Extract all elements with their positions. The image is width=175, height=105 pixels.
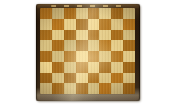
square-r0c2-dark <box>64 8 76 19</box>
square-r3c7-dark <box>123 40 135 51</box>
square-r3c1-dark <box>52 40 64 51</box>
square-r6c2-dark <box>64 73 76 84</box>
square-r3c2-light <box>64 40 76 51</box>
square-r4c0-dark <box>40 51 52 62</box>
square-r5c7-dark <box>123 62 135 73</box>
square-r5c4-light <box>88 62 100 73</box>
square-r6c4-dark <box>88 73 100 84</box>
square-r1c3-dark <box>76 19 88 30</box>
square-r0c7-light <box>123 8 135 19</box>
square-r1c0-light <box>40 19 52 30</box>
square-r1c2-light <box>64 19 76 30</box>
square-r5c6-light <box>111 62 123 73</box>
square-r7c3-dark <box>76 83 88 94</box>
square-r1c6-light <box>111 19 123 30</box>
square-r6c1-light <box>52 73 64 84</box>
square-r6c5-light <box>99 73 111 84</box>
square-r5c5-dark <box>99 62 111 73</box>
square-r4c4-dark <box>88 51 100 62</box>
square-r2c1-light <box>52 30 64 41</box>
square-r7c7-dark <box>123 83 135 94</box>
square-r2c3-light <box>76 30 88 41</box>
frame-reflection-highlight <box>51 5 126 7</box>
square-r6c6-dark <box>111 73 123 84</box>
square-r5c0-light <box>40 62 52 73</box>
square-r1c7-dark <box>123 19 135 30</box>
square-r1c5-dark <box>99 19 111 30</box>
board-frame <box>36 4 140 101</box>
board-photo <box>0 0 175 105</box>
square-r0c4-dark <box>88 8 100 19</box>
square-r5c1-dark <box>52 62 64 73</box>
square-r0c5-light <box>99 8 111 19</box>
square-r3c0-light <box>40 40 52 51</box>
square-r2c7-light <box>123 30 135 41</box>
square-r4c1-light <box>52 51 64 62</box>
square-r4c7-light <box>123 51 135 62</box>
square-r7c4-light <box>88 83 100 94</box>
square-r2c4-dark <box>88 30 100 41</box>
square-r2c0-dark <box>40 30 52 41</box>
square-r4c2-dark <box>64 51 76 62</box>
square-r6c0-dark <box>40 73 52 84</box>
square-r2c6-dark <box>111 30 123 41</box>
square-r4c5-light <box>99 51 111 62</box>
square-r0c6-dark <box>111 8 123 19</box>
square-r0c1-light <box>52 8 64 19</box>
square-r4c6-dark <box>111 51 123 62</box>
square-r6c7-light <box>123 73 135 84</box>
square-r2c2-dark <box>64 30 76 41</box>
square-r5c3-dark <box>76 62 88 73</box>
square-r1c4-light <box>88 19 100 30</box>
square-r3c4-light <box>88 40 100 51</box>
square-r6c3-light <box>76 73 88 84</box>
square-r3c5-dark <box>99 40 111 51</box>
square-r4c3-light <box>76 51 88 62</box>
chessboard[interactable] <box>40 8 135 94</box>
square-r7c5-dark <box>99 83 111 94</box>
square-r0c3-light <box>76 8 88 19</box>
square-r2c5-light <box>99 30 111 41</box>
square-r7c0-light <box>40 83 52 94</box>
square-r7c2-light <box>64 83 76 94</box>
square-r0c0-dark <box>40 8 52 19</box>
square-r3c3-dark <box>76 40 88 51</box>
square-r3c6-light <box>111 40 123 51</box>
square-r7c1-dark <box>52 83 64 94</box>
square-r1c1-dark <box>52 19 64 30</box>
square-r7c6-light <box>111 83 123 94</box>
square-r5c2-light <box>64 62 76 73</box>
